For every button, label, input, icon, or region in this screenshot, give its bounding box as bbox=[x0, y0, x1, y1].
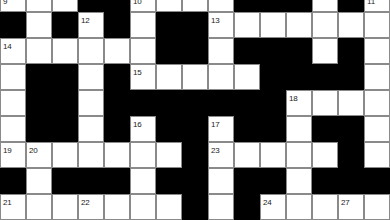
cell-r4-c4-black bbox=[104, 90, 130, 116]
cell-r5-c2-black bbox=[52, 116, 78, 142]
cell-r1-c14-white[interactable] bbox=[364, 12, 390, 38]
cell-r6-c5-white[interactable] bbox=[130, 142, 156, 168]
cell-r7-c6-black bbox=[156, 168, 182, 194]
crossword-screenshot: 910111213141518161719202321222427 bbox=[0, 0, 390, 220]
cell-r2-c5-white[interactable] bbox=[130, 38, 156, 64]
cell-r4-c13-white[interactable] bbox=[338, 90, 364, 116]
cell-r3-c14-white[interactable] bbox=[364, 64, 390, 90]
cell-r7-c12-black bbox=[312, 168, 338, 194]
cell-r1-c3-white[interactable]: 12 bbox=[78, 12, 104, 38]
cell-r5-c0-white[interactable] bbox=[0, 116, 26, 142]
cell-r3-c5-white[interactable]: 15 bbox=[130, 64, 156, 90]
cell-r1-c1-white[interactable] bbox=[26, 12, 52, 38]
cell-r6-c7-black bbox=[182, 142, 208, 168]
cell-r6-c14-white[interactable] bbox=[364, 142, 390, 168]
cell-r4-c2-black bbox=[52, 90, 78, 116]
cell-r4-c7-black bbox=[182, 90, 208, 116]
cell-r8-c9-black bbox=[234, 194, 260, 220]
cell-r5-c11-white[interactable] bbox=[286, 116, 312, 142]
clue-number-24: 24 bbox=[263, 199, 272, 207]
cell-r6-c9-white[interactable] bbox=[234, 142, 260, 168]
cell-r5-c14-white[interactable] bbox=[364, 116, 390, 142]
cell-r4-c5-black bbox=[130, 90, 156, 116]
cell-r4-c11-white[interactable]: 18 bbox=[286, 90, 312, 116]
cell-r0-c9-black bbox=[234, 0, 260, 12]
cell-r6-c6-white[interactable] bbox=[156, 142, 182, 168]
cell-r2-c2-white[interactable] bbox=[52, 38, 78, 64]
cell-r0-c14-white[interactable]: 11 bbox=[364, 0, 390, 12]
clue-number-13: 13 bbox=[211, 17, 220, 25]
cell-r0-c0-white[interactable]: 9 bbox=[0, 0, 26, 12]
cell-r6-c4-white[interactable] bbox=[104, 142, 130, 168]
cell-r8-c10-white[interactable]: 24 bbox=[260, 194, 286, 220]
cell-r0-c5-white[interactable]: 10 bbox=[130, 0, 156, 12]
cell-r2-c10-black bbox=[260, 38, 286, 64]
cell-r0-c3-black bbox=[78, 0, 104, 12]
cell-r3-c11-black bbox=[286, 64, 312, 90]
cell-r7-c0-black bbox=[0, 168, 26, 194]
cell-r4-c12-white[interactable] bbox=[312, 90, 338, 116]
cell-r2-c0-white[interactable]: 14 bbox=[0, 38, 26, 64]
clue-number-22: 22 bbox=[81, 199, 90, 207]
cell-r3-c0-white[interactable] bbox=[0, 64, 26, 90]
cell-r8-c14-white[interactable] bbox=[364, 194, 390, 220]
cell-r8-c13-white[interactable]: 27 bbox=[338, 194, 364, 220]
cell-r0-c12-white[interactable] bbox=[312, 0, 338, 12]
cell-r6-c11-white[interactable] bbox=[286, 142, 312, 168]
cell-r5-c4-black bbox=[104, 116, 130, 142]
cell-r1-c11-white[interactable] bbox=[286, 12, 312, 38]
cell-r7-c5-white[interactable] bbox=[130, 168, 156, 194]
cell-r7-c13-black bbox=[338, 168, 364, 194]
cell-r6-c3-white[interactable] bbox=[78, 142, 104, 168]
cell-r5-c6-black bbox=[156, 116, 182, 142]
cell-r6-c10-white[interactable] bbox=[260, 142, 286, 168]
cell-r1-c13-white[interactable] bbox=[338, 12, 364, 38]
clue-number-16: 16 bbox=[133, 121, 142, 129]
cell-r5-c8-white[interactable]: 17 bbox=[208, 116, 234, 142]
cell-r1-c0-black bbox=[0, 12, 26, 38]
cell-r4-c8-black bbox=[208, 90, 234, 116]
cell-r4-c14-white[interactable] bbox=[364, 90, 390, 116]
clue-number-27: 27 bbox=[341, 199, 350, 207]
cell-r1-c7-black bbox=[182, 12, 208, 38]
cell-r6-c0-white[interactable]: 19 bbox=[0, 142, 26, 168]
cell-r5-c3-white[interactable] bbox=[78, 116, 104, 142]
cell-r7-c8-white[interactable] bbox=[208, 168, 234, 194]
cell-r7-c9-black bbox=[234, 168, 260, 194]
cell-r4-c3-white[interactable] bbox=[78, 90, 104, 116]
cell-r2-c9-black bbox=[234, 38, 260, 64]
cell-r0-c1-white[interactable] bbox=[26, 0, 52, 12]
cell-r0-c11-black bbox=[286, 0, 312, 12]
cell-r3-c4-black bbox=[104, 64, 130, 90]
cell-r3-c3-white[interactable] bbox=[78, 64, 104, 90]
cell-r3-c13-black bbox=[338, 64, 364, 90]
cell-r3-c12-black bbox=[312, 64, 338, 90]
cell-r7-c7-black bbox=[182, 168, 208, 194]
cell-r2-c1-white[interactable] bbox=[26, 38, 52, 64]
cell-r1-c10-white[interactable] bbox=[260, 12, 286, 38]
cell-r8-c2-white[interactable] bbox=[52, 194, 78, 220]
cell-r3-c10-black bbox=[260, 64, 286, 90]
cell-r1-c2-black bbox=[52, 12, 78, 38]
clue-number-20: 20 bbox=[29, 147, 38, 155]
cell-r2-c14-white[interactable] bbox=[364, 38, 390, 64]
cell-r2-c8-white[interactable] bbox=[208, 38, 234, 64]
cell-r6-c8-white[interactable]: 23 bbox=[208, 142, 234, 168]
clue-number-21: 21 bbox=[3, 199, 12, 207]
crossword-grid: 910111213141518161719202321222427 bbox=[0, 0, 390, 220]
cell-r7-c2-black bbox=[52, 168, 78, 194]
cell-r4-c9-black bbox=[234, 90, 260, 116]
cell-r2-c13-black bbox=[338, 38, 364, 64]
cell-r8-c12-white[interactable] bbox=[312, 194, 338, 220]
cell-r3-c8-white[interactable] bbox=[208, 64, 234, 90]
clue-number-14: 14 bbox=[3, 43, 12, 51]
cell-r1-c6-black bbox=[156, 12, 182, 38]
cell-r1-c8-white[interactable]: 13 bbox=[208, 12, 234, 38]
clue-number-12: 12 bbox=[81, 17, 90, 25]
cell-r8-c4-white[interactable] bbox=[104, 194, 130, 220]
cell-r6-c1-white[interactable]: 20 bbox=[26, 142, 52, 168]
clue-number-19: 19 bbox=[3, 147, 12, 155]
cell-r4-c10-black bbox=[260, 90, 286, 116]
cell-r7-c4-black bbox=[104, 168, 130, 194]
clue-number-18: 18 bbox=[289, 95, 298, 103]
clue-number-17: 17 bbox=[211, 121, 220, 129]
cell-r2-c6-black bbox=[156, 38, 182, 64]
cell-r1-c5-white[interactable] bbox=[130, 12, 156, 38]
cell-r3-c7-white[interactable] bbox=[182, 64, 208, 90]
cell-r8-c8-white[interactable] bbox=[208, 194, 234, 220]
cell-r2-c11-black bbox=[286, 38, 312, 64]
cell-r3-c1-black bbox=[26, 64, 52, 90]
cell-r2-c12-white[interactable] bbox=[312, 38, 338, 64]
cell-r1-c4-black bbox=[104, 12, 130, 38]
cell-r5-c9-black bbox=[234, 116, 260, 142]
cell-r2-c4-white[interactable] bbox=[104, 38, 130, 64]
cell-r7-c1-white[interactable] bbox=[26, 168, 52, 194]
clue-number-9: 9 bbox=[3, 0, 7, 6]
cell-r5-c5-white[interactable]: 16 bbox=[130, 116, 156, 142]
cell-r5-c10-black bbox=[260, 116, 286, 142]
cell-r3-c9-white[interactable] bbox=[234, 64, 260, 90]
cell-r2-c7-black bbox=[182, 38, 208, 64]
cell-r0-c7-white[interactable] bbox=[182, 0, 208, 12]
cell-r8-c3-white[interactable]: 22 bbox=[78, 194, 104, 220]
cell-r0-c13-black bbox=[338, 0, 364, 12]
cell-r5-c12-black bbox=[312, 116, 338, 142]
cell-r0-c4-black bbox=[104, 0, 130, 12]
cell-r8-c1-white[interactable] bbox=[26, 194, 52, 220]
cell-r7-c14-black bbox=[364, 168, 390, 194]
cell-r7-c11-white[interactable] bbox=[286, 168, 312, 194]
cell-r5-c7-black bbox=[182, 116, 208, 142]
cell-r0-c2-white[interactable] bbox=[52, 0, 78, 12]
cell-r4-c0-white[interactable] bbox=[0, 90, 26, 116]
cell-r1-c9-white[interactable] bbox=[234, 12, 260, 38]
cell-r5-c13-black bbox=[338, 116, 364, 142]
cell-r6-c12-white[interactable] bbox=[312, 142, 338, 168]
cell-r3-c6-white[interactable] bbox=[156, 64, 182, 90]
cell-r7-c3-black bbox=[78, 168, 104, 194]
cell-r3-c2-black bbox=[52, 64, 78, 90]
cell-r8-c7-black bbox=[182, 194, 208, 220]
clue-number-10: 10 bbox=[133, 0, 142, 6]
cell-r4-c1-black bbox=[26, 90, 52, 116]
cell-r0-c10-black bbox=[260, 0, 286, 12]
cell-r5-c1-black bbox=[26, 116, 52, 142]
cell-r4-c6-black bbox=[156, 90, 182, 116]
clue-number-23: 23 bbox=[211, 147, 220, 155]
cell-r7-c10-black bbox=[260, 168, 286, 194]
cell-r0-c6-white[interactable] bbox=[156, 0, 182, 12]
cell-r8-c5-white[interactable] bbox=[130, 194, 156, 220]
cell-r6-c13-black bbox=[338, 142, 364, 168]
cell-r1-c12-white[interactable] bbox=[312, 12, 338, 38]
clue-number-15: 15 bbox=[133, 69, 142, 77]
cell-r6-c2-white[interactable] bbox=[52, 142, 78, 168]
cell-r0-c8-white[interactable] bbox=[208, 0, 234, 12]
clue-number-11: 11 bbox=[367, 0, 375, 6]
cell-r8-c0-white[interactable]: 21 bbox=[0, 194, 26, 220]
cell-r2-c3-white[interactable] bbox=[78, 38, 104, 64]
cell-r8-c11-white[interactable] bbox=[286, 194, 312, 220]
cell-r8-c6-white[interactable] bbox=[156, 194, 182, 220]
